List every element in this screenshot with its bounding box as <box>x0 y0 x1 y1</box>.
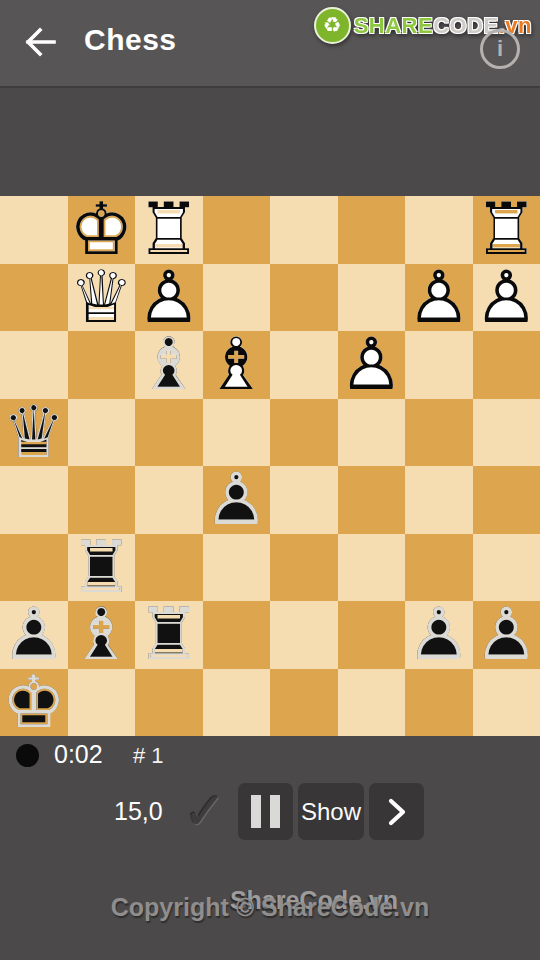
square-e5[interactable] <box>270 399 338 467</box>
logo-share-text: SHARE <box>354 13 434 38</box>
pause-icon <box>270 795 280 828</box>
square-c2[interactable]: ♜♖ <box>135 601 203 669</box>
square-b5[interactable] <box>68 399 136 467</box>
square-g7[interactable]: ♟♙ <box>405 264 473 332</box>
square-b6[interactable] <box>68 331 136 399</box>
show-button[interactable]: Show <box>298 783 364 840</box>
square-c3[interactable] <box>135 534 203 602</box>
copyright-text: Copyright © ShareCode.vn <box>0 893 540 922</box>
square-d2[interactable] <box>203 601 271 669</box>
square-g3[interactable] <box>405 534 473 602</box>
square-e4[interactable] <box>270 466 338 534</box>
chevron-right-icon <box>384 797 410 827</box>
piece-black-pawn: ♟♙ <box>405 601 473 669</box>
piece-black-queen: ♛♕ <box>0 399 68 467</box>
square-a2[interactable]: ♟♙ <box>0 601 68 669</box>
square-f6[interactable]: ♟♙ <box>338 331 406 399</box>
piece-black-bishop: ♝♗ <box>135 331 203 399</box>
piece-white-pawn: ♟♙ <box>135 264 203 332</box>
square-h3[interactable] <box>473 534 540 602</box>
square-d4[interactable]: ♟♙ <box>203 466 271 534</box>
square-f8[interactable] <box>338 196 406 264</box>
square-b4[interactable] <box>68 466 136 534</box>
square-h1[interactable] <box>473 669 540 737</box>
square-f4[interactable] <box>338 466 406 534</box>
square-f1[interactable] <box>338 669 406 737</box>
back-arrow-icon[interactable] <box>22 26 58 58</box>
piece-black-bishop: ♝♗ <box>68 601 136 669</box>
pause-icon <box>251 795 261 828</box>
square-h8[interactable]: ♜♖ <box>473 196 540 264</box>
square-g5[interactable] <box>405 399 473 467</box>
square-a5[interactable]: ♛♕ <box>0 399 68 467</box>
square-e2[interactable] <box>270 601 338 669</box>
square-a4[interactable] <box>0 466 68 534</box>
square-c5[interactable] <box>135 399 203 467</box>
square-c1[interactable] <box>135 669 203 737</box>
square-c4[interactable] <box>135 466 203 534</box>
square-g2[interactable]: ♟♙ <box>405 601 473 669</box>
piece-black-pawn: ♟♙ <box>473 601 540 669</box>
info-icon[interactable]: i <box>480 29 520 69</box>
piece-black-rook: ♜♖ <box>68 534 136 602</box>
square-a6[interactable] <box>0 331 68 399</box>
square-b2[interactable]: ♝♗ <box>68 601 136 669</box>
turn-indicator-black-dot <box>16 744 39 767</box>
square-e6[interactable] <box>270 331 338 399</box>
square-b1[interactable] <box>68 669 136 737</box>
piece-white-rook: ♜♖ <box>473 196 540 264</box>
chess-app-screen: Chess ♻ SHARECODE.vn i ♚♔♜♖♜♖♛♕♟♙♟♙♟♙♝♗♝… <box>0 0 540 960</box>
piece-black-pawn: ♟♙ <box>203 466 271 534</box>
square-h4[interactable] <box>473 466 540 534</box>
square-d8[interactable] <box>203 196 271 264</box>
piece-black-king: ♚♔ <box>0 669 68 737</box>
square-d1[interactable] <box>203 669 271 737</box>
square-g6[interactable] <box>405 331 473 399</box>
square-h7[interactable]: ♟♙ <box>473 264 540 332</box>
square-b3[interactable]: ♜♖ <box>68 534 136 602</box>
piece-white-king: ♚♔ <box>68 196 136 264</box>
square-c6[interactable]: ♝♗ <box>135 331 203 399</box>
piece-black-rook: ♜♖ <box>135 601 203 669</box>
piece-white-bishop: ♝♗ <box>203 331 271 399</box>
square-e7[interactable] <box>270 264 338 332</box>
clock-time: 0:02 <box>54 740 103 769</box>
page-title: Chess <box>84 23 177 57</box>
square-c7[interactable]: ♟♙ <box>135 264 203 332</box>
piece-black-pawn: ♟♙ <box>0 601 68 669</box>
app-bar: Chess ♻ SHARECODE.vn i <box>0 0 540 88</box>
square-a1[interactable]: ♚♔ <box>0 669 68 737</box>
piece-white-queen: ♛♕ <box>68 264 136 332</box>
piece-white-pawn: ♟♙ <box>338 331 406 399</box>
square-a7[interactable] <box>0 264 68 332</box>
square-e1[interactable] <box>270 669 338 737</box>
puzzle-number: # 1 <box>133 743 164 769</box>
square-f3[interactable] <box>338 534 406 602</box>
check-icon: ✓ <box>180 786 230 836</box>
square-e8[interactable] <box>270 196 338 264</box>
piece-white-pawn: ♟♙ <box>473 264 540 332</box>
piece-white-pawn: ♟♙ <box>405 264 473 332</box>
square-f5[interactable] <box>338 399 406 467</box>
square-h2[interactable]: ♟♙ <box>473 601 540 669</box>
square-d3[interactable] <box>203 534 271 602</box>
square-g8[interactable] <box>405 196 473 264</box>
square-f2[interactable] <box>338 601 406 669</box>
next-button[interactable] <box>369 783 424 840</box>
square-d6[interactable]: ♝♗ <box>203 331 271 399</box>
square-b7[interactable]: ♛♕ <box>68 264 136 332</box>
square-d5[interactable] <box>203 399 271 467</box>
square-b8[interactable]: ♚♔ <box>68 196 136 264</box>
square-g1[interactable] <box>405 669 473 737</box>
score-value: 15,0 <box>114 797 163 826</box>
square-a3[interactable] <box>0 534 68 602</box>
square-f7[interactable] <box>338 264 406 332</box>
square-a8[interactable] <box>0 196 68 264</box>
square-e3[interactable] <box>270 534 338 602</box>
recycle-icon: ♻ <box>314 7 351 44</box>
square-h6[interactable] <box>473 331 540 399</box>
square-h5[interactable] <box>473 399 540 467</box>
square-g4[interactable] <box>405 466 473 534</box>
square-c8[interactable]: ♜♖ <box>135 196 203 264</box>
piece-white-rook: ♜♖ <box>135 196 203 264</box>
chess-board: ♚♔♜♖♜♖♛♕♟♙♟♙♟♙♝♗♝♗♟♙♛♕♟♙♜♖♟♙♝♗♜♖♟♙♟♙♚♔ <box>0 196 540 736</box>
square-d7[interactable] <box>203 264 271 332</box>
pause-button[interactable] <box>238 783 293 840</box>
